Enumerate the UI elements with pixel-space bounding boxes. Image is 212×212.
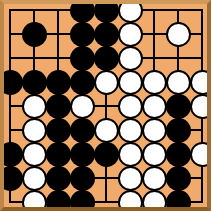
white-stone[interactable]	[22, 190, 47, 212]
white-stone[interactable]	[142, 142, 167, 167]
white-stone[interactable]	[142, 118, 167, 143]
white-stone[interactable]	[70, 94, 95, 119]
black-stone[interactable]	[94, 142, 119, 167]
white-stone[interactable]	[94, 118, 119, 143]
white-stone[interactable]	[94, 70, 119, 95]
black-stone[interactable]	[70, 22, 95, 47]
black-stone[interactable]	[166, 166, 191, 191]
black-stone[interactable]	[94, 0, 119, 23]
black-stone[interactable]	[46, 142, 71, 167]
white-stone[interactable]	[142, 190, 167, 212]
black-stone[interactable]	[166, 94, 191, 119]
black-stone[interactable]	[22, 22, 47, 47]
black-stone[interactable]	[70, 142, 95, 167]
black-stone[interactable]	[46, 70, 71, 95]
black-stone[interactable]	[166, 142, 191, 167]
black-stone[interactable]	[0, 70, 23, 95]
white-stone[interactable]	[190, 142, 212, 167]
white-stone[interactable]	[142, 166, 167, 191]
black-stone[interactable]	[0, 142, 23, 167]
black-stone[interactable]	[70, 166, 95, 191]
white-stone[interactable]	[142, 94, 167, 119]
black-stone[interactable]	[70, 0, 95, 23]
white-stone[interactable]	[118, 70, 143, 95]
black-stone[interactable]	[94, 46, 119, 71]
black-stone[interactable]	[166, 118, 191, 143]
white-stone[interactable]	[22, 94, 47, 119]
black-stone[interactable]	[46, 94, 71, 119]
black-stone[interactable]	[94, 22, 119, 47]
white-stone[interactable]	[142, 70, 167, 95]
black-stone[interactable]	[46, 190, 71, 212]
black-stone[interactable]	[70, 118, 95, 143]
white-stone[interactable]	[118, 22, 143, 47]
black-stone[interactable]	[166, 190, 191, 212]
black-stone[interactable]	[70, 190, 95, 212]
white-stone[interactable]	[118, 118, 143, 143]
white-stone[interactable]	[22, 118, 47, 143]
white-stone[interactable]	[118, 0, 143, 23]
white-stone[interactable]	[118, 190, 143, 212]
black-stone[interactable]	[46, 166, 71, 191]
white-stone[interactable]	[118, 94, 143, 119]
white-stone[interactable]	[118, 166, 143, 191]
white-stone[interactable]	[118, 46, 143, 71]
white-stone[interactable]	[190, 94, 212, 119]
black-stone[interactable]	[70, 70, 95, 95]
black-stone[interactable]	[70, 46, 95, 71]
black-stone[interactable]	[0, 166, 23, 191]
white-stone[interactable]	[22, 142, 47, 167]
white-stone[interactable]	[190, 70, 212, 95]
black-stone[interactable]	[22, 70, 47, 95]
white-stone[interactable]	[22, 166, 47, 191]
white-stone[interactable]	[118, 142, 143, 167]
white-stone[interactable]	[166, 70, 191, 95]
white-stone[interactable]	[166, 22, 191, 47]
go-board[interactable]	[0, 0, 211, 211]
black-stone[interactable]	[46, 118, 71, 143]
